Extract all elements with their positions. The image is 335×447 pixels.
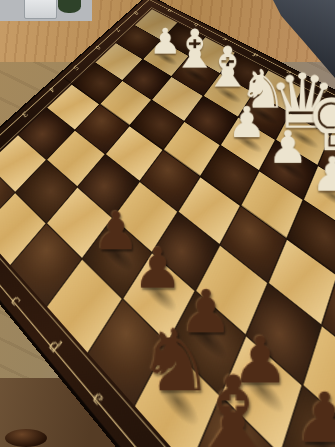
- board-perspective-wrapper: aabbccddeeffgghh1122334455667788 ♜♝♞♟♟♟♟…: [0, 0, 335, 366]
- loose-dark-piece: [5, 429, 47, 447]
- white-pawn-icon: ♟: [311, 151, 335, 199]
- chess-photo-scene: aabbccddeeffgghh1122334455667788 ♜♝♞♟♟♟♟…: [0, 0, 335, 447]
- black-rook-icon: ♜: [258, 439, 335, 447]
- black-pawn-icon: ♟: [133, 241, 183, 297]
